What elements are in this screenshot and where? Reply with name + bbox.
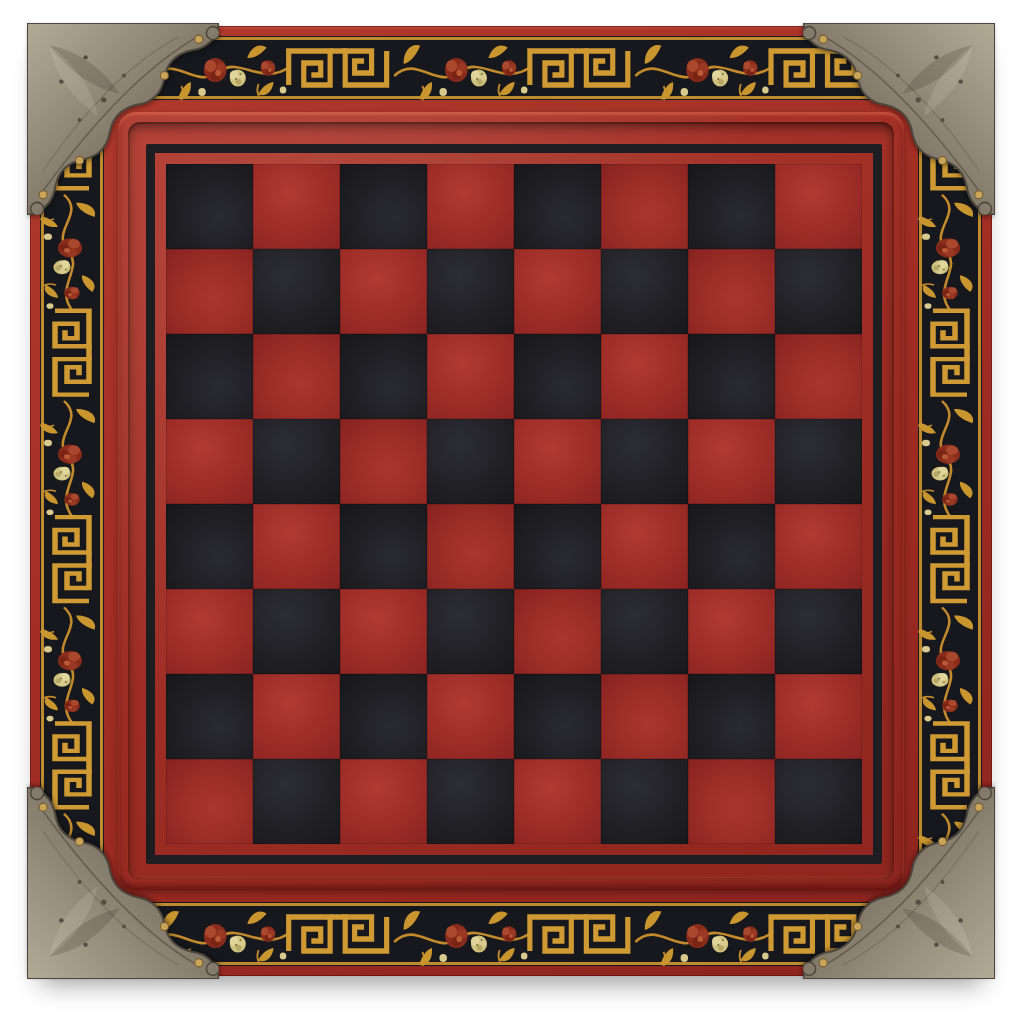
square-r5c8[interactable] [775, 504, 862, 589]
square-r5c2[interactable] [253, 504, 340, 589]
metal-corner-bracket-bottom-right [803, 787, 995, 979]
square-r4c2[interactable] [253, 419, 340, 504]
square-r8c5[interactable] [514, 759, 601, 844]
square-r2c1[interactable] [166, 249, 253, 334]
checkerboard [166, 164, 862, 844]
square-r2c2[interactable] [253, 249, 340, 334]
square-r4c4[interactable] [427, 419, 514, 504]
square-r7c1[interactable] [166, 674, 253, 759]
square-r5c4[interactable] [427, 504, 514, 589]
square-r5c7[interactable] [688, 504, 775, 589]
square-r7c8[interactable] [775, 674, 862, 759]
square-r7c5[interactable] [514, 674, 601, 759]
square-r3c6[interactable] [601, 334, 688, 419]
square-r4c6[interactable] [601, 419, 688, 504]
square-r8c3[interactable] [340, 759, 427, 844]
game-board [30, 26, 992, 976]
square-r1c7[interactable] [688, 164, 775, 249]
square-r7c6[interactable] [601, 674, 688, 759]
square-r8c4[interactable] [427, 759, 514, 844]
square-r2c7[interactable] [688, 249, 775, 334]
square-r5c5[interactable] [514, 504, 601, 589]
square-r1c5[interactable] [514, 164, 601, 249]
metal-corner-bracket-top-right [803, 23, 995, 215]
metal-corner-bracket-bottom-left [27, 787, 219, 979]
square-r5c1[interactable] [166, 504, 253, 589]
square-r3c3[interactable] [340, 334, 427, 419]
square-r6c5[interactable] [514, 589, 601, 674]
square-r2c8[interactable] [775, 249, 862, 334]
square-r4c8[interactable] [775, 419, 862, 504]
square-r7c3[interactable] [340, 674, 427, 759]
square-r1c4[interactable] [427, 164, 514, 249]
square-r3c2[interactable] [253, 334, 340, 419]
square-r1c3[interactable] [340, 164, 427, 249]
square-r7c2[interactable] [253, 674, 340, 759]
square-r3c7[interactable] [688, 334, 775, 419]
square-r1c6[interactable] [601, 164, 688, 249]
square-r8c7[interactable] [688, 759, 775, 844]
square-r4c3[interactable] [340, 419, 427, 504]
square-r2c3[interactable] [340, 249, 427, 334]
square-r8c2[interactable] [253, 759, 340, 844]
metal-corner-bracket-top-left [27, 23, 219, 215]
square-r6c2[interactable] [253, 589, 340, 674]
square-r6c7[interactable] [688, 589, 775, 674]
square-r5c6[interactable] [601, 504, 688, 589]
square-r8c6[interactable] [601, 759, 688, 844]
square-r6c8[interactable] [775, 589, 862, 674]
square-r4c5[interactable] [514, 419, 601, 504]
square-r3c5[interactable] [514, 334, 601, 419]
greek-key-peony-strip [40, 98, 104, 904]
square-r2c5[interactable] [514, 249, 601, 334]
square-r2c4[interactable] [427, 249, 514, 334]
square-r6c6[interactable] [601, 589, 688, 674]
square-r6c1[interactable] [166, 589, 253, 674]
square-r4c7[interactable] [688, 419, 775, 504]
square-r1c2[interactable] [253, 164, 340, 249]
floral-border-right [918, 98, 982, 904]
square-r3c8[interactable] [775, 334, 862, 419]
square-r7c7[interactable] [688, 674, 775, 759]
square-r3c1[interactable] [166, 334, 253, 419]
greek-key-peony-strip [918, 98, 982, 904]
square-r7c4[interactable] [427, 674, 514, 759]
square-r3c4[interactable] [427, 334, 514, 419]
square-r5c3[interactable] [340, 504, 427, 589]
square-r4c1[interactable] [166, 419, 253, 504]
square-r6c4[interactable] [427, 589, 514, 674]
square-r6c3[interactable] [340, 589, 427, 674]
floral-border-left [40, 98, 104, 904]
square-r2c6[interactable] [601, 249, 688, 334]
